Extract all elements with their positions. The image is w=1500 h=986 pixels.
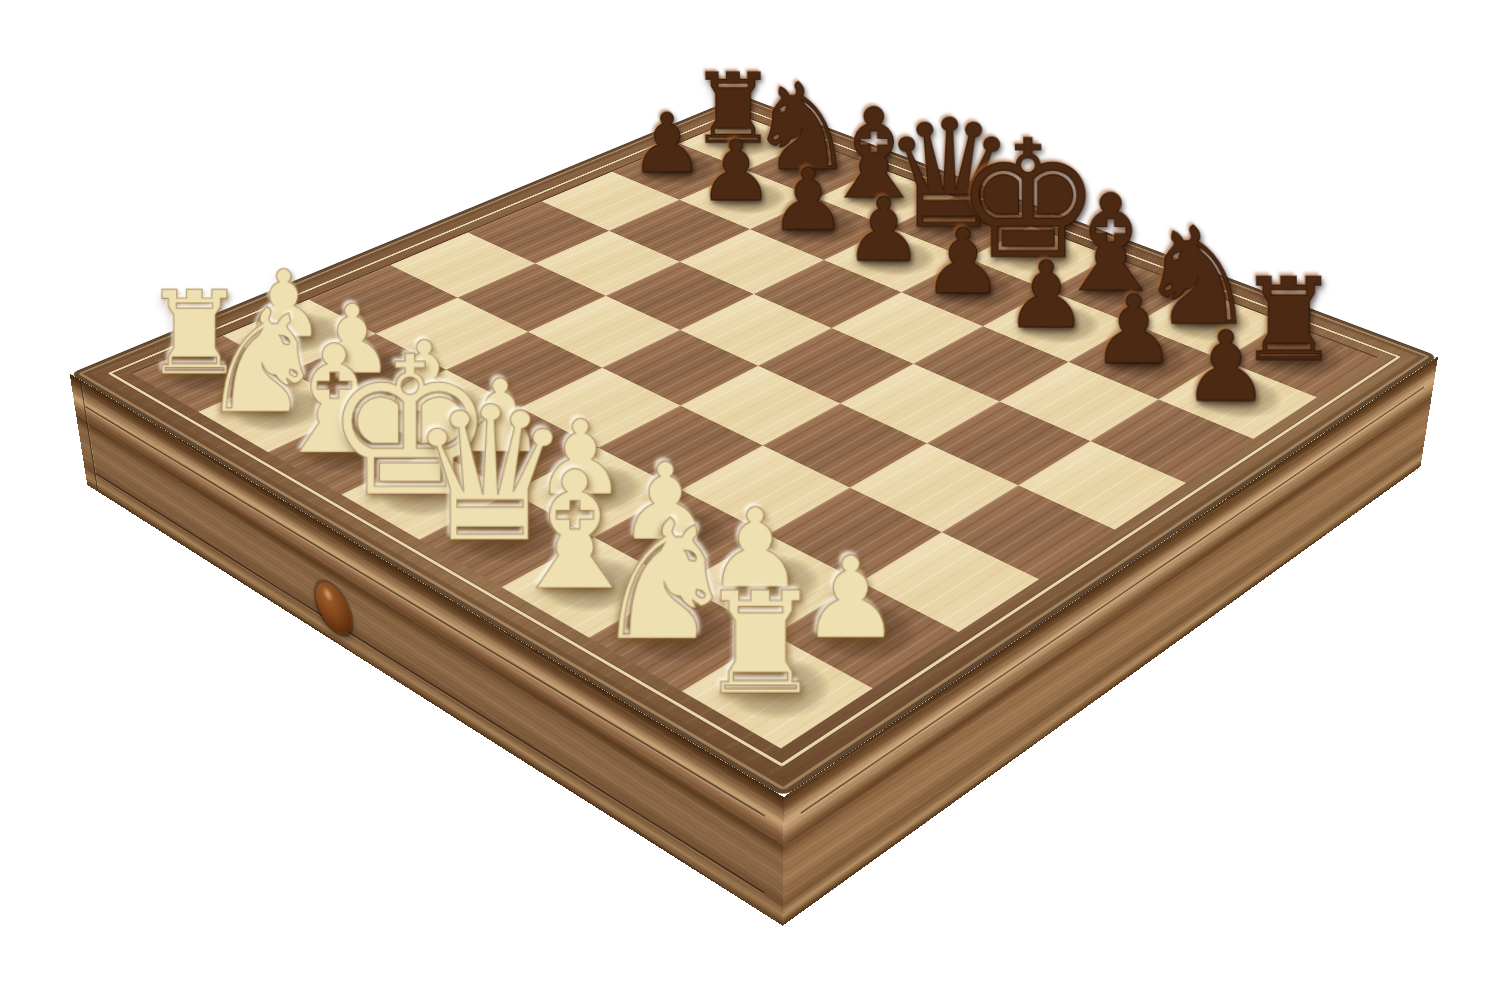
piece-glyph: ♟	[1182, 322, 1269, 411]
product-photo-scene: ♜♞♝♛♚♝♞♜♟♟♟♟♟♟♟♟♟♟♟♟♟♟♟♟♜♞♝♚♛♝♞♜	[0, 0, 1500, 986]
piece-glyph: ♟	[1091, 287, 1176, 374]
piece-glyph: ♜	[697, 580, 824, 710]
chess-box: ♜♞♝♛♚♝♞♜♟♟♟♟♟♟♟♟♟♟♟♟♟♟♟♟♜♞♝♚♛♝♞♜	[70, 96, 1438, 797]
